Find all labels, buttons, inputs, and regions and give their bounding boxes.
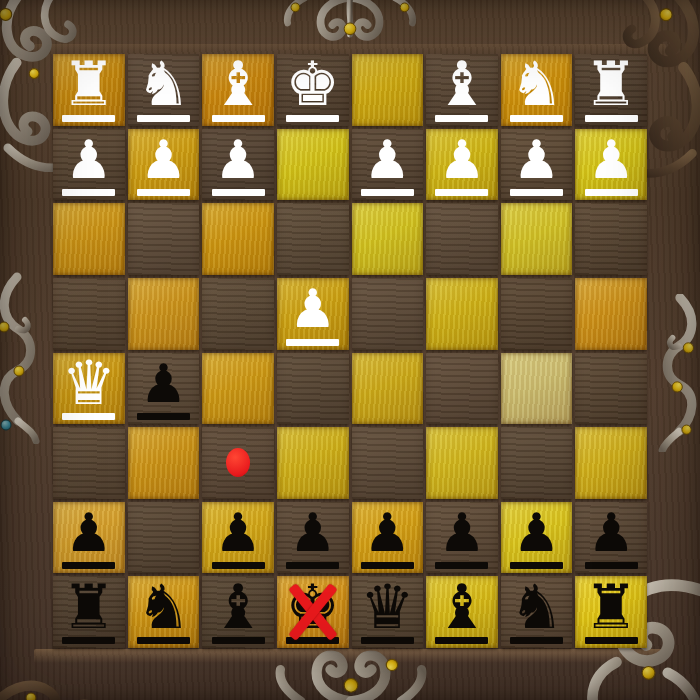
- square-d4[interactable]: [352, 278, 424, 350]
- square-g5[interactable]: ♟: [128, 353, 200, 425]
- piece-base-bar: [585, 115, 638, 122]
- square-g7[interactable]: [128, 502, 200, 574]
- square-c5[interactable]: [426, 353, 498, 425]
- square-e8[interactable]: ♚: [277, 576, 349, 648]
- piece-base-bar: [62, 562, 115, 569]
- piece-base-bar: [510, 562, 563, 569]
- square-a6[interactable]: [575, 427, 647, 499]
- black-pawn-b7: ♟: [513, 506, 561, 559]
- piece-base-bar: [585, 637, 638, 644]
- square-d7[interactable]: ♟: [352, 502, 424, 574]
- square-c4[interactable]: [426, 278, 498, 350]
- square-c3[interactable]: [426, 203, 498, 275]
- square-g8[interactable]: ♞: [128, 576, 200, 648]
- piece-base-bar: [286, 115, 339, 122]
- square-d6[interactable]: [352, 427, 424, 499]
- white-pawn-d2: ♟: [364, 133, 412, 186]
- piece-base-bar: [212, 189, 265, 196]
- white-bishop-f1: ♝: [211, 53, 266, 114]
- square-b7[interactable]: ♟: [501, 502, 573, 574]
- square-d2[interactable]: ♟: [352, 129, 424, 201]
- square-b6[interactable]: [501, 427, 573, 499]
- black-knight-b8: ♞: [509, 576, 564, 637]
- square-h1[interactable]: ♜: [53, 54, 125, 126]
- piece-base-bar: [212, 562, 265, 569]
- piece-base-bar: [361, 562, 414, 569]
- square-a1[interactable]: ♜: [575, 54, 647, 126]
- square-d1[interactable]: [352, 54, 424, 126]
- white-pawn-g2: ♟: [140, 133, 188, 186]
- white-queen-h5: ♛: [61, 352, 116, 413]
- black-bishop-c8: ♝: [435, 576, 490, 637]
- square-e7[interactable]: ♟: [277, 502, 349, 574]
- square-b1[interactable]: ♞: [501, 54, 573, 126]
- square-e6[interactable]: [277, 427, 349, 499]
- white-rook-a1: ♜: [584, 53, 639, 114]
- piece-base-bar: [286, 339, 339, 346]
- square-e1[interactable]: ♚: [277, 54, 349, 126]
- black-rook-a8: ♜: [584, 576, 639, 637]
- white-bishop-c1: ♝: [435, 53, 490, 114]
- square-e5[interactable]: [277, 353, 349, 425]
- piece-base-bar: [62, 115, 115, 122]
- white-knight-g1: ♞: [136, 53, 191, 114]
- square-e2[interactable]: [277, 129, 349, 201]
- square-g4[interactable]: [128, 278, 200, 350]
- square-c6[interactable]: [426, 427, 498, 499]
- white-pawn-e4: ♟: [289, 282, 337, 335]
- square-f4[interactable]: [202, 278, 274, 350]
- piece-base-bar: [212, 115, 265, 122]
- piece-base-bar: [137, 637, 190, 644]
- piece-base-bar: [435, 637, 488, 644]
- piece-base-bar: [62, 189, 115, 196]
- square-c8[interactable]: ♝: [426, 576, 498, 648]
- board-photo-scene: ♜♞♝♚♝♞♜♟♟♟♟♟♟♟♟♛♟♟♟♟♟♟♟♟♜♞♝♚♛♝♞♜: [0, 0, 700, 700]
- black-king-e8: ♚: [285, 576, 340, 637]
- square-a3[interactable]: [575, 203, 647, 275]
- piece-base-bar: [137, 413, 190, 420]
- piece-base-bar: [435, 115, 488, 122]
- square-h8[interactable]: ♜: [53, 576, 125, 648]
- white-pawn-c2: ♟: [438, 133, 486, 186]
- square-f8[interactable]: ♝: [202, 576, 274, 648]
- black-bishop-f8: ♝: [211, 576, 266, 637]
- piece-base-bar: [137, 189, 190, 196]
- black-rook-h8: ♜: [61, 576, 116, 637]
- chess-board: ♜♞♝♚♝♞♜♟♟♟♟♟♟♟♟♛♟♟♟♟♟♟♟♟♜♞♝♚♛♝♞♜: [53, 54, 647, 648]
- piece-base-bar: [62, 637, 115, 644]
- piece-base-bar: [435, 189, 488, 196]
- black-pawn-c7: ♟: [438, 506, 486, 559]
- black-pawn-a7: ♟: [587, 506, 635, 559]
- square-h4[interactable]: [53, 278, 125, 350]
- scroll-ornament-icon-left-middle: [0, 272, 40, 444]
- frame-bottom-ledge: [34, 649, 666, 663]
- square-f5[interactable]: [202, 353, 274, 425]
- square-g6[interactable]: [128, 427, 200, 499]
- square-a5[interactable]: [575, 353, 647, 425]
- piece-base-bar: [286, 637, 339, 644]
- square-f2[interactable]: ♟: [202, 129, 274, 201]
- square-h5[interactable]: ♛: [53, 353, 125, 425]
- square-a2[interactable]: ♟: [575, 129, 647, 201]
- square-d3[interactable]: [352, 203, 424, 275]
- black-queen-d8: ♛: [360, 576, 415, 637]
- square-a8[interactable]: ♜: [575, 576, 647, 648]
- square-g2[interactable]: ♟: [128, 129, 200, 201]
- black-pawn-h7: ♟: [65, 506, 113, 559]
- frame-top-highlight: [34, 44, 666, 52]
- piece-base-bar: [62, 413, 115, 420]
- square-g3[interactable]: [128, 203, 200, 275]
- black-knight-g8: ♞: [136, 576, 191, 637]
- square-f6[interactable]: [202, 427, 274, 499]
- square-h3[interactable]: [53, 203, 125, 275]
- square-h2[interactable]: ♟: [53, 129, 125, 201]
- square-b3[interactable]: [501, 203, 573, 275]
- square-c1[interactable]: ♝: [426, 54, 498, 126]
- white-pawn-a2: ♟: [587, 133, 635, 186]
- piece-base-bar: [585, 189, 638, 196]
- scroll-ornament-icon-top-center: [272, 0, 428, 48]
- black-pawn-f7: ♟: [214, 506, 262, 559]
- square-f7[interactable]: ♟: [202, 502, 274, 574]
- scroll-ornament-icon-right-middle: [652, 294, 700, 452]
- piece-base-bar: [361, 189, 414, 196]
- piece-base-bar: [361, 637, 414, 644]
- white-pawn-f2: ♟: [214, 133, 262, 186]
- black-pawn-e7: ♟: [289, 506, 337, 559]
- square-h7[interactable]: ♟: [53, 502, 125, 574]
- square-b2[interactable]: ♟: [501, 129, 573, 201]
- square-a7[interactable]: ♟: [575, 502, 647, 574]
- white-knight-b1: ♞: [509, 53, 564, 114]
- square-c7[interactable]: ♟: [426, 502, 498, 574]
- red-dot-marker: [226, 448, 250, 477]
- square-a4[interactable]: [575, 278, 647, 350]
- square-e3[interactable]: [277, 203, 349, 275]
- piece-base-bar: [585, 562, 638, 569]
- square-d5[interactable]: [352, 353, 424, 425]
- white-pawn-h2: ♟: [65, 133, 113, 186]
- piece-base-bar: [435, 562, 488, 569]
- white-king-e1: ♚: [285, 53, 340, 114]
- piece-base-bar: [286, 562, 339, 569]
- square-f3[interactable]: [202, 203, 274, 275]
- piece-base-bar: [510, 637, 563, 644]
- square-d8[interactable]: ♛: [352, 576, 424, 648]
- piece-base-bar: [137, 115, 190, 122]
- square-b4[interactable]: [501, 278, 573, 350]
- piece-base-bar: [212, 637, 265, 644]
- white-rook-h1: ♜: [61, 53, 116, 114]
- piece-base-bar: [510, 189, 563, 196]
- white-pawn-b2: ♟: [513, 133, 561, 186]
- square-h6[interactable]: [53, 427, 125, 499]
- square-g1[interactable]: ♞: [128, 54, 200, 126]
- piece-base-bar: [510, 115, 563, 122]
- square-b5[interactable]: [501, 353, 573, 425]
- square-e4[interactable]: ♟: [277, 278, 349, 350]
- square-f1[interactable]: ♝: [202, 54, 274, 126]
- square-b8[interactable]: ♞: [501, 576, 573, 648]
- black-pawn-d7: ♟: [364, 506, 412, 559]
- square-c2[interactable]: ♟: [426, 129, 498, 201]
- black-pawn-g5: ♟: [140, 357, 188, 410]
